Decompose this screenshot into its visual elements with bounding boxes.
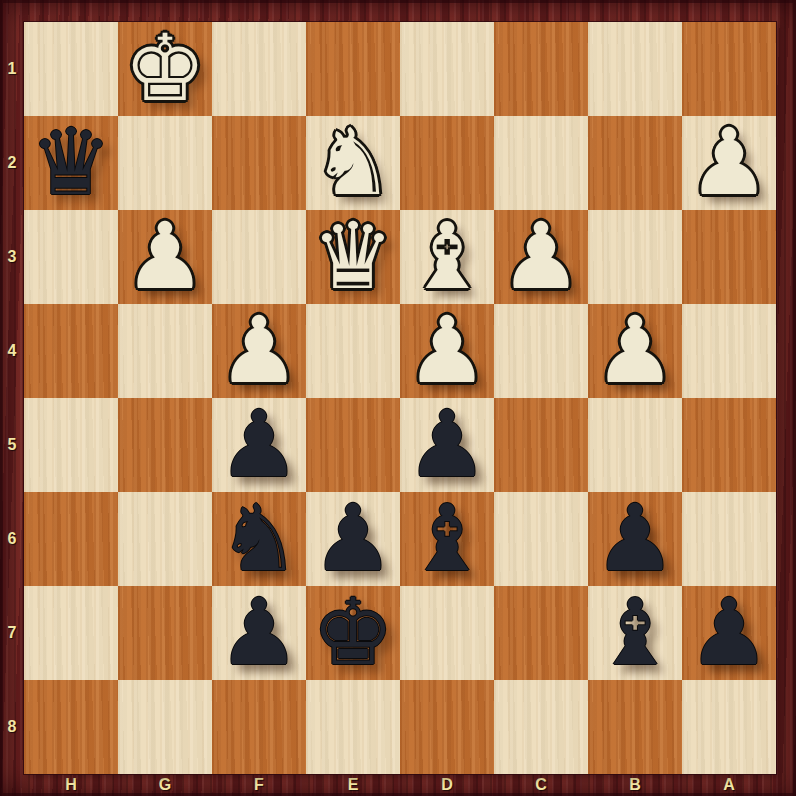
square-d6[interactable]: ♝ — [400, 492, 494, 586]
square-f7[interactable]: ♟ — [212, 586, 306, 680]
square-f4[interactable]: ♟ — [212, 304, 306, 398]
square-d1[interactable] — [400, 22, 494, 116]
square-d5[interactable]: ♟ — [400, 398, 494, 492]
black-pawn-b6[interactable]: ♟ — [588, 492, 682, 586]
rank-label-3: 3 — [0, 210, 24, 304]
square-e1[interactable] — [306, 22, 400, 116]
rank-label-5: 5 — [0, 398, 24, 492]
square-c2[interactable] — [494, 116, 588, 210]
square-g4[interactable] — [118, 304, 212, 398]
square-f8[interactable] — [212, 680, 306, 774]
chess-board: ♚♛♞♟♟♛♝♟♟♟♟♟♟♞♟♝♟♟♚♝♟ — [24, 22, 776, 774]
square-a8[interactable] — [682, 680, 776, 774]
file-label-d: D — [400, 774, 494, 796]
black-pawn-d5[interactable]: ♟ — [400, 398, 494, 492]
black-bishop-d6[interactable]: ♝ — [400, 492, 494, 586]
square-g7[interactable] — [118, 586, 212, 680]
square-d3[interactable]: ♝ — [400, 210, 494, 304]
file-labels: HGFEDCBA — [24, 774, 776, 796]
square-b7[interactable]: ♝ — [588, 586, 682, 680]
square-h4[interactable] — [24, 304, 118, 398]
square-b4[interactable]: ♟ — [588, 304, 682, 398]
square-c1[interactable] — [494, 22, 588, 116]
rank-label-8: 8 — [0, 680, 24, 774]
square-c8[interactable] — [494, 680, 588, 774]
square-h3[interactable] — [24, 210, 118, 304]
square-g1[interactable]: ♚ — [118, 22, 212, 116]
rank-label-4: 4 — [0, 304, 24, 398]
white-pawn-a2[interactable]: ♟ — [682, 116, 776, 210]
square-a7[interactable]: ♟ — [682, 586, 776, 680]
square-c7[interactable] — [494, 586, 588, 680]
white-pawn-c3[interactable]: ♟ — [494, 210, 588, 304]
rank-label-7: 7 — [0, 586, 24, 680]
square-b5[interactable] — [588, 398, 682, 492]
black-bishop-b7[interactable]: ♝ — [588, 586, 682, 680]
black-pawn-e6[interactable]: ♟ — [306, 492, 400, 586]
white-queen-e3[interactable]: ♛ — [306, 210, 400, 304]
square-a5[interactable] — [682, 398, 776, 492]
square-b1[interactable] — [588, 22, 682, 116]
rank-label-1: 1 — [0, 22, 24, 116]
file-label-a: A — [682, 774, 776, 796]
square-b8[interactable] — [588, 680, 682, 774]
square-b3[interactable] — [588, 210, 682, 304]
square-c4[interactable] — [494, 304, 588, 398]
square-g2[interactable] — [118, 116, 212, 210]
file-label-b: B — [588, 774, 682, 796]
square-d8[interactable] — [400, 680, 494, 774]
white-knight-e2[interactable]: ♞ — [306, 116, 400, 210]
white-bishop-d3[interactable]: ♝ — [400, 210, 494, 304]
square-h5[interactable] — [24, 398, 118, 492]
square-a4[interactable] — [682, 304, 776, 398]
black-pawn-f5[interactable]: ♟ — [212, 398, 306, 492]
rank-label-2: 2 — [0, 116, 24, 210]
square-f3[interactable] — [212, 210, 306, 304]
square-h7[interactable] — [24, 586, 118, 680]
file-label-c: C — [494, 774, 588, 796]
square-h6[interactable] — [24, 492, 118, 586]
square-a1[interactable] — [682, 22, 776, 116]
rank-labels: 12345678 — [0, 22, 24, 774]
square-h1[interactable] — [24, 22, 118, 116]
black-king-e7[interactable]: ♚ — [306, 586, 400, 680]
square-e2[interactable]: ♞ — [306, 116, 400, 210]
square-h8[interactable] — [24, 680, 118, 774]
square-a3[interactable] — [682, 210, 776, 304]
white-pawn-g3[interactable]: ♟ — [118, 210, 212, 304]
square-c3[interactable]: ♟ — [494, 210, 588, 304]
square-e5[interactable] — [306, 398, 400, 492]
black-queen-h2[interactable]: ♛ — [24, 116, 118, 210]
square-g5[interactable] — [118, 398, 212, 492]
square-a2[interactable]: ♟ — [682, 116, 776, 210]
square-d7[interactable] — [400, 586, 494, 680]
black-knight-f6[interactable]: ♞ — [212, 492, 306, 586]
file-label-h: H — [24, 774, 118, 796]
file-label-f: F — [212, 774, 306, 796]
file-label-g: G — [118, 774, 212, 796]
white-king-g1[interactable]: ♚ — [118, 22, 212, 116]
white-pawn-b4[interactable]: ♟ — [588, 304, 682, 398]
square-d4[interactable]: ♟ — [400, 304, 494, 398]
square-e4[interactable] — [306, 304, 400, 398]
square-e3[interactable]: ♛ — [306, 210, 400, 304]
rank-label-6: 6 — [0, 492, 24, 586]
square-e7[interactable]: ♚ — [306, 586, 400, 680]
square-d2[interactable] — [400, 116, 494, 210]
square-b2[interactable] — [588, 116, 682, 210]
white-pawn-d4[interactable]: ♟ — [400, 304, 494, 398]
square-f1[interactable] — [212, 22, 306, 116]
square-f2[interactable] — [212, 116, 306, 210]
square-g8[interactable] — [118, 680, 212, 774]
square-f5[interactable]: ♟ — [212, 398, 306, 492]
black-pawn-f7[interactable]: ♟ — [212, 586, 306, 680]
white-pawn-f4[interactable]: ♟ — [212, 304, 306, 398]
black-pawn-a7[interactable]: ♟ — [682, 586, 776, 680]
square-e6[interactable]: ♟ — [306, 492, 400, 586]
square-g3[interactable]: ♟ — [118, 210, 212, 304]
board-frame: 12345678 HGFEDCBA ♚♛♞♟♟♛♝♟♟♟♟♟♟♞♟♝♟♟♚♝♟ — [0, 0, 796, 796]
square-b6[interactable]: ♟ — [588, 492, 682, 586]
square-c6[interactable] — [494, 492, 588, 586]
square-c5[interactable] — [494, 398, 588, 492]
square-h2[interactable]: ♛ — [24, 116, 118, 210]
square-f6[interactable]: ♞ — [212, 492, 306, 586]
file-label-e: E — [306, 774, 400, 796]
square-g6[interactable] — [118, 492, 212, 586]
square-a6[interactable] — [682, 492, 776, 586]
square-e8[interactable] — [306, 680, 400, 774]
